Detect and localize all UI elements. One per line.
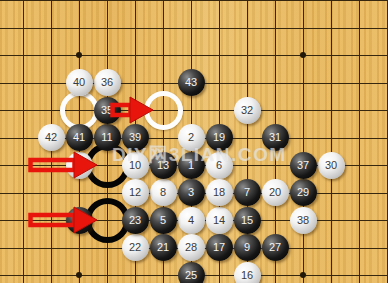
black-stone-25: 25 <box>178 262 205 283</box>
white-stone-10: 10 <box>122 152 149 179</box>
white-stone-6: 6 <box>206 152 233 179</box>
star-point <box>300 272 306 278</box>
white-stone-4: 4 <box>178 207 205 234</box>
black-stone-7: 7 <box>234 179 261 206</box>
white-stone-2: 2 <box>178 124 205 151</box>
black-stone-27: 27 <box>262 234 289 261</box>
black-stone-41: 41 <box>66 124 93 151</box>
white-stone-30: 30 <box>318 152 345 179</box>
black-stone-5: 5 <box>150 207 177 234</box>
white-stone-18: 18 <box>206 179 233 206</box>
white-stone-32: 32 <box>234 97 261 124</box>
black-stone-37: 37 <box>290 152 317 179</box>
white-stone-22: 22 <box>122 234 149 261</box>
white-stone-28: 28 <box>178 234 205 261</box>
black-stone-11: 11 <box>94 124 121 151</box>
gomoku-board-diagram: 1234567891011121314151617181920212223242… <box>0 0 388 283</box>
black-stone-43: 43 <box>178 69 205 96</box>
black-stone-21: 21 <box>150 234 177 261</box>
white-stone-16: 16 <box>234 262 261 283</box>
black-stone-39: 39 <box>122 124 149 151</box>
white-stone-40: 40 <box>66 69 93 96</box>
black-stone-13: 13 <box>150 152 177 179</box>
white-stone-42: 42 <box>38 124 65 151</box>
black-stone-9: 9 <box>234 234 261 261</box>
board-grid: 1234567891011121314151617181920212223242… <box>9 0 388 283</box>
white-stone-12: 12 <box>122 179 149 206</box>
white-stone-38: 38 <box>290 207 317 234</box>
star-point <box>300 52 306 58</box>
white-stone-8: 8 <box>150 179 177 206</box>
black-stone-1: 1 <box>178 152 205 179</box>
red-arrow-to-G6 <box>110 95 154 125</box>
black-stone-31: 31 <box>262 124 289 151</box>
star-point <box>76 52 82 58</box>
star-point <box>76 272 82 278</box>
white-stone-20: 20 <box>262 179 289 206</box>
black-stone-17: 17 <box>206 234 233 261</box>
black-stone-23: 23 <box>122 207 149 234</box>
black-stone-29: 29 <box>290 179 317 206</box>
red-arrow-to-E10 <box>28 205 98 235</box>
black-stone-19: 19 <box>206 124 233 151</box>
red-arrow-to-E8 <box>28 150 98 180</box>
white-stone-36: 36 <box>94 69 121 96</box>
black-stone-15: 15 <box>234 207 261 234</box>
white-stone-14: 14 <box>206 207 233 234</box>
black-stone-3: 3 <box>178 179 205 206</box>
